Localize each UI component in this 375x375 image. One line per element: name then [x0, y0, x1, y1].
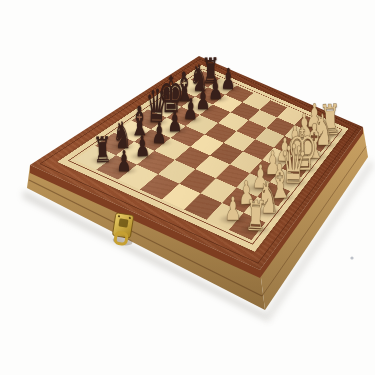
- chess-set-photo: ♜♞♝♛♚♝♞♜♟♟♟♟♟♟♟♟♟♟♟♟♟♟♟♟♜♞♝♛♚♝♞♜: [0, 0, 375, 375]
- dust-speck: [350, 256, 353, 259]
